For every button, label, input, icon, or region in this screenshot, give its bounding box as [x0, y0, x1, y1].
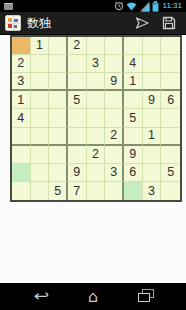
cell-r8c3[interactable]: [49, 164, 68, 182]
cell-r1c1[interactable]: [12, 37, 31, 55]
cell-r5c2[interactable]: [31, 109, 50, 127]
cell-r7c7[interactable]: 9: [124, 146, 143, 164]
send-button[interactable]: [134, 16, 150, 30]
recents-icon: [139, 292, 151, 301]
home-button[interactable]: ⌂: [83, 287, 103, 307]
cell-r5c9[interactable]: [161, 109, 180, 127]
cell-r2c5[interactable]: 3: [87, 55, 106, 73]
cell-r6c9[interactable]: [161, 128, 180, 146]
cell-r4c4[interactable]: 5: [68, 91, 87, 109]
cell-r6c6[interactable]: 2: [105, 128, 124, 146]
cell-r7c5[interactable]: 2: [87, 146, 106, 164]
cell-r7c6[interactable]: [105, 146, 124, 164]
cell-r8c6[interactable]: 3: [105, 164, 124, 182]
cell-r2c2[interactable]: [31, 55, 50, 73]
cell-r9c7[interactable]: [124, 182, 143, 200]
cell-r4c1[interactable]: 1: [12, 91, 31, 109]
sudoku-board: 1223439115964521299365573: [10, 35, 182, 202]
cell-r7c9[interactable]: [161, 146, 180, 164]
recents-button[interactable]: [135, 287, 155, 307]
cell-r7c1[interactable]: [12, 146, 31, 164]
phone-screen: 11:31 数独 12234391: [0, 0, 186, 310]
content-area: 1223439115964521299365573: [0, 35, 186, 283]
back-button[interactable]: ↩: [31, 287, 51, 307]
cell-r6c8[interactable]: 1: [143, 128, 162, 146]
app-icon-red-mark: [8, 24, 12, 28]
cell-r5c3[interactable]: [49, 109, 68, 127]
cell-r4c6[interactable]: [105, 91, 124, 109]
back-icon: ↩: [33, 289, 49, 304]
app-icon-gray-mark: [14, 25, 17, 28]
cell-r2c9[interactable]: [161, 55, 180, 73]
action-bar: 数独: [0, 12, 186, 35]
cell-r9c1[interactable]: [12, 182, 31, 200]
cell-r8c1[interactable]: [12, 164, 31, 182]
cell-r7c2[interactable]: [31, 146, 50, 164]
cell-r9c6[interactable]: [105, 182, 124, 200]
cell-r1c3[interactable]: [49, 37, 68, 55]
status-time: 11:31: [163, 2, 182, 10]
cell-r2c6[interactable]: [105, 55, 124, 73]
cell-r1c7[interactable]: [124, 37, 143, 55]
cell-r9c4[interactable]: 7: [68, 182, 87, 200]
cell-r8c7[interactable]: 6: [124, 164, 143, 182]
cell-r2c4[interactable]: [68, 55, 87, 73]
cell-r4c9[interactable]: 6: [161, 91, 180, 109]
send-icon: [134, 16, 150, 30]
cell-r1c5[interactable]: [87, 37, 106, 55]
cell-r3c1[interactable]: 3: [12, 73, 31, 91]
cell-r9c2[interactable]: [31, 182, 50, 200]
cell-r3c2[interactable]: [31, 73, 50, 91]
navigation-bar: ↩ ⌂: [0, 283, 186, 310]
cell-r4c5[interactable]: [87, 91, 106, 109]
save-button[interactable]: [161, 15, 177, 31]
cell-r2c3[interactable]: [49, 55, 68, 73]
wifi-icon: [126, 1, 137, 11]
cell-r2c1[interactable]: 2: [12, 55, 31, 73]
home-icon: ⌂: [88, 289, 98, 305]
cell-r3c3[interactable]: [49, 73, 68, 91]
cell-r7c3[interactable]: [49, 146, 68, 164]
app-title: 数独: [27, 17, 51, 29]
cell-r7c8[interactable]: [143, 146, 162, 164]
notification-icon: [4, 3, 13, 10]
cell-r3c4[interactable]: [68, 73, 87, 91]
cell-r1c2[interactable]: 1: [31, 37, 50, 55]
cell-r3c5[interactable]: [87, 73, 106, 91]
cell-r6c3[interactable]: [49, 128, 68, 146]
cell-r8c2[interactable]: [31, 164, 50, 182]
cell-r2c7[interactable]: 4: [124, 55, 143, 73]
battery-icon: [152, 1, 159, 12]
cell-r1c6[interactable]: [105, 37, 124, 55]
signal-icon: [139, 1, 150, 12]
cell-r4c7[interactable]: [124, 91, 143, 109]
cell-r6c1[interactable]: [12, 128, 31, 146]
cell-r9c3[interactable]: 5: [49, 182, 68, 200]
cell-r1c9[interactable]: [161, 37, 180, 55]
cell-r9c9[interactable]: [161, 182, 180, 200]
cell-r1c4[interactable]: 2: [68, 37, 87, 55]
cell-r8c8[interactable]: [143, 164, 162, 182]
cell-r6c7[interactable]: [124, 128, 143, 146]
cell-r4c3[interactable]: [49, 91, 68, 109]
cell-r3c8[interactable]: [143, 73, 162, 91]
cell-r6c4[interactable]: [68, 128, 87, 146]
app-icon-orange-mark: [8, 18, 12, 22]
cell-r4c8[interactable]: 9: [143, 91, 162, 109]
cell-r3c9[interactable]: [161, 73, 180, 91]
app-icon-blue-mark: [14, 19, 18, 22]
cell-r5c1[interactable]: 4: [12, 109, 31, 127]
cell-r4c2[interactable]: [31, 91, 50, 109]
save-icon: [161, 15, 177, 31]
cell-r2c8[interactable]: [143, 55, 162, 73]
cell-r5c8[interactable]: [143, 109, 162, 127]
cell-r6c5[interactable]: [87, 128, 106, 146]
cell-r9c8[interactable]: 3: [143, 182, 162, 200]
cell-r3c6[interactable]: 9: [105, 73, 124, 91]
cell-r5c6[interactable]: [105, 109, 124, 127]
cell-r5c7[interactable]: 5: [124, 109, 143, 127]
cell-r1c8[interactable]: [143, 37, 162, 55]
cell-r9c5[interactable]: [87, 182, 106, 200]
cell-r3c7[interactable]: 1: [124, 73, 143, 91]
status-bar: 11:31: [0, 0, 186, 12]
cell-r8c4[interactable]: 9: [68, 164, 87, 182]
cell-r8c5[interactable]: [87, 164, 106, 182]
cell-r6c2[interactable]: [31, 128, 50, 146]
sudoku-app-icon: [5, 15, 21, 31]
cell-r5c5[interactable]: [87, 109, 106, 127]
cell-r7c4[interactable]: [68, 146, 87, 164]
cell-r5c4[interactable]: [68, 109, 87, 127]
cell-r8c9[interactable]: 5: [161, 164, 180, 182]
alarm-icon: [114, 1, 124, 11]
